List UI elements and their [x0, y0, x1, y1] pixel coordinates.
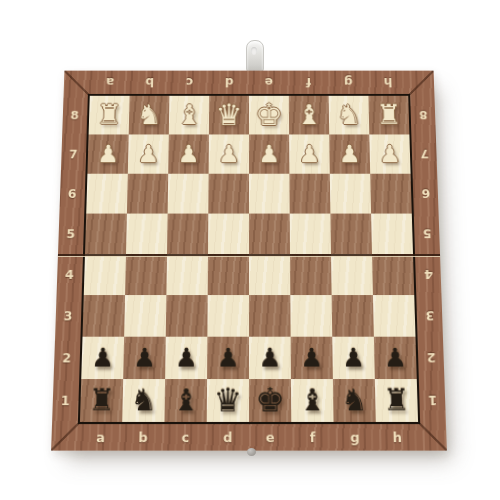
file-label-bottom-h: h [376, 426, 419, 448]
piece-black-rook: ♜ [375, 379, 418, 422]
frame-miter-bottom-left [51, 422, 80, 451]
square-f7: ♟ [289, 134, 330, 173]
square-f5 [290, 214, 331, 254]
file-label-bottom-f: f [291, 426, 334, 448]
square-d4 [208, 254, 249, 295]
piece-white-pawn: ♟ [369, 134, 410, 173]
square-f8: ♝ [289, 96, 329, 135]
piece-black-pawn: ♟ [332, 337, 375, 379]
rank-label-left-4: 4 [59, 254, 80, 295]
square-c1: ♝ [164, 379, 207, 422]
file-label-top-f: f [289, 72, 329, 92]
rank-label-left-2: 2 [56, 337, 78, 379]
square-c5 [167, 214, 208, 254]
piece-white-pawn: ♟ [87, 134, 128, 173]
square-a1: ♜ [80, 379, 123, 422]
piece-black-pawn: ♟ [249, 337, 291, 379]
frame-miter-top-right [407, 71, 434, 96]
piece-white-pawn: ♟ [289, 134, 330, 173]
square-e5 [249, 214, 290, 254]
rank-label-right-4: 4 [418, 254, 439, 295]
square-g6 [330, 174, 371, 214]
piece-white-bishop: ♝ [289, 96, 329, 135]
piece-white-rook: ♜ [368, 96, 409, 135]
piece-black-pawn: ♟ [374, 337, 417, 379]
square-c2: ♟ [165, 337, 207, 379]
square-b8: ♞ [129, 96, 170, 135]
square-c8: ♝ [169, 96, 209, 135]
file-label-bottom-a: a [79, 426, 122, 448]
file-label-bottom-b: b [122, 426, 165, 448]
square-e8: ♚ [249, 96, 289, 135]
square-b6 [127, 174, 168, 214]
rank-label-right-2: 2 [421, 337, 443, 379]
square-f4 [290, 254, 332, 295]
square-b7: ♟ [128, 134, 169, 173]
piece-white-queen: ♛ [209, 96, 249, 135]
file-labels-bottom: abcdefgh [79, 426, 419, 448]
square-a3 [83, 295, 126, 337]
square-d6 [208, 174, 249, 214]
square-a5 [85, 214, 127, 254]
square-b2: ♟ [123, 337, 166, 379]
square-a7: ♟ [87, 134, 128, 173]
rank-label-right-8: 8 [413, 96, 434, 135]
square-e3 [249, 295, 291, 337]
square-h4 [372, 254, 414, 295]
square-g5 [330, 214, 372, 254]
file-label-top-b: b [130, 72, 170, 92]
piece-white-knight: ♞ [329, 96, 370, 135]
square-g8: ♞ [329, 96, 370, 135]
frame-miter-bottom-right [418, 422, 447, 451]
rank-label-left-7: 7 [63, 134, 84, 173]
square-f3 [290, 295, 332, 337]
rank-label-right-5: 5 [417, 214, 438, 254]
rank-label-left-3: 3 [57, 295, 79, 337]
square-f6 [289, 174, 330, 214]
square-c6 [168, 174, 209, 214]
square-f1: ♝ [291, 379, 334, 422]
hinge-pin-icon [247, 448, 256, 456]
piece-black-knight: ♞ [333, 379, 376, 422]
piece-white-rook: ♜ [89, 96, 130, 135]
piece-black-pawn: ♟ [81, 337, 124, 379]
square-h7: ♟ [369, 134, 410, 173]
rank-label-left-5: 5 [60, 214, 81, 254]
rank-label-left-6: 6 [61, 174, 82, 214]
square-d3 [207, 295, 249, 337]
square-h8: ♜ [368, 96, 409, 135]
piece-black-king: ♚ [249, 379, 291, 422]
file-label-top-e: e [249, 72, 289, 92]
square-d8: ♛ [209, 96, 249, 135]
square-g3 [332, 295, 374, 337]
square-e6 [249, 174, 290, 214]
file-label-top-d: d [209, 72, 249, 92]
square-b4 [125, 254, 167, 295]
piece-black-pawn: ♟ [165, 337, 207, 379]
piece-white-pawn: ♟ [249, 134, 289, 173]
file-label-top-a: a [90, 72, 130, 92]
square-d1: ♛ [207, 379, 249, 422]
piece-black-bishop: ♝ [291, 379, 334, 422]
file-label-bottom-e: e [249, 426, 291, 448]
square-c7: ♟ [168, 134, 209, 173]
fold-seam [58, 254, 440, 257]
piece-black-bishop: ♝ [164, 379, 207, 422]
piece-black-pawn: ♟ [123, 337, 166, 379]
square-c4 [166, 254, 208, 295]
square-g2: ♟ [332, 337, 375, 379]
rank-label-right-6: 6 [416, 174, 437, 214]
piece-black-pawn: ♟ [291, 337, 333, 379]
product-photo: abcdefgh abcdefgh 87654321 87654321 ♜♞♝♛… [0, 0, 500, 500]
rank-label-right-7: 7 [414, 134, 435, 173]
square-e4 [249, 254, 290, 295]
rank-label-left-8: 8 [64, 96, 85, 135]
file-labels-top: abcdefgh [90, 72, 408, 92]
file-label-bottom-g: g [334, 426, 377, 448]
square-g1: ♞ [333, 379, 376, 422]
square-e7: ♟ [249, 134, 289, 173]
square-a8: ♜ [89, 96, 130, 135]
square-h3 [373, 295, 416, 337]
square-h6 [370, 174, 412, 214]
file-label-top-g: g [328, 72, 368, 92]
square-h2: ♟ [374, 337, 417, 379]
piece-white-pawn: ♟ [168, 134, 209, 173]
frame-miter-top-left [64, 71, 91, 96]
square-g4 [331, 254, 373, 295]
file-label-top-c: c [169, 72, 209, 92]
square-a4 [84, 254, 126, 295]
square-b3 [124, 295, 166, 337]
square-g7: ♟ [329, 134, 370, 173]
square-h1: ♜ [375, 379, 418, 422]
chess-board: abcdefgh abcdefgh 87654321 87654321 ♜♞♝♛… [51, 71, 447, 451]
square-a6 [86, 174, 128, 214]
piece-black-rook: ♜ [80, 379, 123, 422]
square-b5 [126, 214, 168, 254]
piece-black-pawn: ♟ [207, 337, 249, 379]
square-c3 [166, 295, 208, 337]
square-f2: ♟ [291, 337, 333, 379]
file-label-bottom-d: d [207, 426, 249, 448]
piece-white-pawn: ♟ [209, 134, 249, 173]
rank-label-right-1: 1 [422, 379, 444, 422]
piece-white-bishop: ♝ [169, 96, 209, 135]
rank-label-left-1: 1 [54, 379, 76, 422]
piece-white-pawn: ♟ [128, 134, 169, 173]
piece-black-queen: ♛ [207, 379, 249, 422]
square-a2: ♟ [81, 337, 124, 379]
square-b1: ♞ [122, 379, 165, 422]
piece-black-knight: ♞ [122, 379, 165, 422]
latch-clasp-icon [246, 40, 264, 72]
square-d7: ♟ [209, 134, 249, 173]
board-grid: ♜♞♝♛♚♝♞♜♟♟♟♟♟♟♟♟♟♟♟♟♟♟♟♟♜♞♝♛♚♝♞♜ [78, 94, 420, 424]
file-label-bottom-c: c [164, 426, 207, 448]
file-label-top-h: h [368, 72, 408, 92]
square-h5 [371, 214, 413, 254]
square-d2: ♟ [207, 337, 249, 379]
piece-white-knight: ♞ [129, 96, 170, 135]
rank-label-right-3: 3 [419, 295, 441, 337]
square-d5 [208, 214, 249, 254]
piece-white-king: ♚ [249, 96, 289, 135]
piece-white-pawn: ♟ [329, 134, 370, 173]
square-e1: ♚ [249, 379, 291, 422]
square-e2: ♟ [249, 337, 291, 379]
